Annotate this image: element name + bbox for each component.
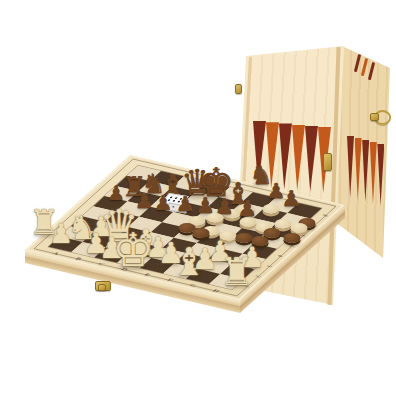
product-photo-chess-set: ABCDEFGH 87654321 ♟♜♞♟♝♟♛♟♚♟♝♟♞♟♟♟♜♟♞♟♟♛… bbox=[0, 0, 396, 396]
chess-piece-dark-pawn: ♟ bbox=[154, 193, 173, 214]
checker-disc-light bbox=[275, 219, 292, 229]
brass-clasp bbox=[235, 84, 242, 94]
brass-clasp bbox=[370, 113, 379, 121]
chess-piece-light-rook: ♜ bbox=[220, 253, 254, 291]
brass-clasp bbox=[98, 284, 106, 291]
chess-piece-dark-pawn: ♟ bbox=[281, 188, 301, 210]
checker-disc-light bbox=[291, 223, 308, 233]
checker-disc-light bbox=[240, 217, 257, 227]
chess-piece-dark-pawn: ♟ bbox=[176, 194, 195, 215]
chess-piece-light-king: ♚ bbox=[112, 227, 153, 273]
checker-disc-light bbox=[263, 204, 280, 214]
brass-clasp bbox=[323, 153, 332, 171]
checker-disc-dark bbox=[284, 233, 301, 243]
chess-piece-light-pawn: ♟ bbox=[49, 220, 73, 247]
checker-disc-light bbox=[207, 213, 224, 223]
chess-piece-light-bishop: ♝ bbox=[172, 243, 206, 281]
